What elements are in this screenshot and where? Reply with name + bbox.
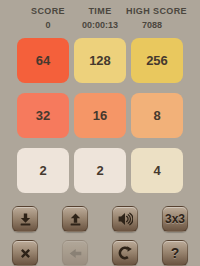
x-icon [18,246,33,261]
time-value: 00:00:13 [74,20,126,30]
tile-8: 8 [131,93,183,138]
tile-2: 2 [17,148,69,193]
tile-4: 4 [131,148,183,193]
toolbar-row-1: 3x3 [12,206,188,232]
tile-64: 64 [17,38,69,83]
undo-button[interactable] [62,240,88,266]
grid-size-button[interactable]: 3x3 [162,206,188,232]
grid-size-label: 3x3 [165,212,185,226]
speaker-icon [117,211,133,227]
load-button[interactable] [62,206,88,232]
upload-icon [68,212,83,227]
high-score-value: 7088 [126,20,178,30]
save-button[interactable] [12,206,38,232]
tile-32: 32 [17,93,69,138]
time-stat: TIME 00:00:13 [74,6,126,30]
download-icon [18,212,33,227]
score-label: SCORE [22,6,74,16]
tile-2: 2 [74,148,126,193]
help-label: ? [171,245,180,261]
restart-button[interactable] [112,240,138,266]
time-label: TIME [74,6,126,16]
score-header: SCORE 0 TIME 00:00:13 HIGH SCORE 7088 [0,6,200,30]
high-score-label: HIGH SCORE [126,6,178,16]
sound-button[interactable] [112,206,138,232]
score-stat: SCORE 0 [22,6,74,30]
high-score-stat: HIGH SCORE 7088 [126,6,178,30]
left-arrow-icon [68,246,83,261]
help-button[interactable]: ? [162,240,188,266]
toolbar-row-2: ? [12,240,188,266]
tile-16: 16 [74,93,126,138]
tile-256: 256 [131,38,183,83]
score-value: 0 [22,20,74,30]
game-screen: SCORE 0 TIME 00:00:13 HIGH SCORE 7088 64… [0,0,200,266]
refresh-icon [117,245,133,261]
tile-128: 128 [74,38,126,83]
close-button[interactable] [12,240,38,266]
board-grid[interactable]: 6412825632168224 [17,38,183,193]
